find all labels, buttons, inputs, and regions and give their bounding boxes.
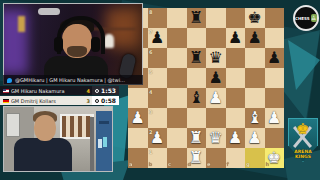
- file-label-c: c: [168, 161, 171, 167]
- player-name: GM Hikaru Nakamura: [11, 88, 85, 94]
- arena-kings-text: ARENA KINGS: [287, 149, 319, 159]
- rank-label-1: 1: [149, 149, 152, 155]
- headphone-cup-right: [91, 37, 100, 52]
- piece-wq-e2: ♛: [206, 128, 226, 148]
- piece-bp-h6: ♟: [265, 48, 285, 68]
- square-d8[interactable]: ♜: [187, 8, 207, 28]
- square-c6[interactable]: [167, 48, 187, 68]
- clock-time: 1:53: [101, 87, 116, 94]
- chessboard-poster: [60, 114, 94, 139]
- clock-black: 0:58: [92, 96, 119, 105]
- square-f3[interactable]: [226, 108, 246, 128]
- arena-kings-logo: ♚ ARENA KINGS: [287, 118, 319, 174]
- chesscom-pawn-icon: ♙: [311, 14, 317, 22]
- square-g5[interactable]: [245, 68, 265, 88]
- square-c8[interactable]: [167, 8, 187, 28]
- square-e7[interactable]: [206, 28, 226, 48]
- piece-bq-e6: ♛: [206, 48, 226, 68]
- square-d2[interactable]: ♜: [187, 128, 207, 148]
- chesscom-logo: CHESS ♙: [293, 5, 319, 31]
- piece-br-d6: ♜: [187, 48, 207, 68]
- square-e2[interactable]: ♛: [206, 128, 226, 148]
- square-f5[interactable]: [226, 68, 246, 88]
- webcam-hikaru: [3, 3, 143, 85]
- square-h3[interactable]: ♟: [265, 108, 285, 128]
- twitter-icon: [7, 78, 12, 83]
- clock-icon: [95, 99, 99, 103]
- shelf-bar: [99, 121, 109, 124]
- square-e4[interactable]: ♟: [206, 88, 226, 108]
- rank-label-5: 5: [149, 69, 152, 75]
- us-flag-icon: [3, 89, 9, 93]
- file-label-f: f: [227, 161, 229, 167]
- square-g8[interactable]: ♚: [245, 8, 265, 28]
- square-h2[interactable]: [265, 128, 285, 148]
- square-g1[interactable]: g: [245, 148, 265, 168]
- piece-wp-h3: ♟: [265, 108, 285, 128]
- player-name: GM Dmitrij Kollars: [11, 98, 85, 104]
- square-e6[interactable]: ♛: [206, 48, 226, 68]
- square-f1[interactable]: f: [226, 148, 246, 168]
- square-d4[interactable]: ♝: [187, 88, 207, 108]
- pipe: [90, 117, 94, 172]
- piece-wr-d2: ♜: [187, 128, 207, 148]
- square-h8[interactable]: [265, 8, 285, 28]
- square-a4[interactable]: [128, 88, 148, 108]
- match-score: 4: [87, 88, 90, 94]
- de-flag-icon: [3, 99, 9, 103]
- rank-label-3: 3: [149, 109, 152, 115]
- opponent-torso: [14, 138, 72, 172]
- clock-icon: [95, 89, 99, 93]
- rank-label-4: 4: [149, 89, 152, 95]
- piece-bp-f7: ♟: [226, 28, 246, 48]
- figurine: [104, 34, 114, 48]
- square-c2[interactable]: [167, 128, 187, 148]
- square-d5[interactable]: [187, 68, 207, 88]
- square-g6[interactable]: [245, 48, 265, 68]
- clock-time: 0:58: [101, 97, 116, 104]
- stream-frame: ♜♚♟♟♟♟♜♛♟♟♝♟♟♝♟♟♜♛♟♟abc♜defg♚h87654321 @…: [0, 0, 320, 180]
- chess-board: ♜♚♟♟♟♟♜♛♟♟♝♟♟♝♟♟♜♛♟♟abc♜defg♚h87654321: [128, 8, 284, 168]
- rank-label-8: 8: [149, 9, 152, 15]
- chesscom-wordmark: CHESS: [295, 16, 310, 21]
- piece-bk-g8: ♚: [245, 8, 265, 28]
- rank-label-6: 6: [149, 49, 152, 55]
- square-a2[interactable]: [128, 128, 148, 148]
- match-score: 3: [87, 98, 90, 104]
- file-label-e: e: [207, 161, 210, 167]
- bottle: [98, 139, 102, 148]
- square-g3[interactable]: ♝: [245, 108, 265, 128]
- square-c1[interactable]: c: [167, 148, 187, 168]
- opponent-face: [34, 115, 56, 141]
- square-h4[interactable]: [265, 88, 285, 108]
- file-label-g: g: [246, 161, 250, 167]
- player-row-black: GM Dmitrij Kollars 3 0:58: [0, 96, 119, 105]
- square-e1[interactable]: e: [206, 148, 226, 168]
- file-label-b: b: [149, 161, 153, 167]
- square-f8[interactable]: [226, 8, 246, 28]
- square-f7[interactable]: ♟: [226, 28, 246, 48]
- square-g4[interactable]: [245, 88, 265, 108]
- square-f6[interactable]: [226, 48, 246, 68]
- square-d7[interactable]: [187, 28, 207, 48]
- square-g7[interactable]: ♟: [245, 28, 265, 48]
- headphone-cup-left: [54, 37, 63, 52]
- piece-wp-e4: ♟: [206, 88, 226, 108]
- piece-wb-g3: ♝: [245, 108, 265, 128]
- piece-wp-f2: ♟: [226, 128, 246, 148]
- match-scorebar: GM Hikaru Nakamura 4 1:53 GM Dmitrij Kol…: [0, 86, 119, 105]
- square-c4[interactable]: [167, 88, 187, 108]
- square-c3[interactable]: [167, 108, 187, 128]
- piece-bp-e5: ♟: [206, 68, 226, 88]
- arena-text-line2: KINGS: [295, 154, 311, 159]
- king-icon: ♚: [287, 120, 319, 138]
- piece-wp-a3: ♟: [128, 108, 148, 128]
- square-a3[interactable]: ♟: [128, 108, 148, 128]
- square-a1[interactable]: a: [128, 148, 148, 168]
- square-e5[interactable]: ♟: [206, 68, 226, 88]
- caption-text: @GMHikaru | GM Hikaru Nakamura | @twi…: [15, 77, 125, 83]
- square-c7[interactable]: [167, 28, 187, 48]
- webcam-opponent: [3, 106, 113, 172]
- square-c5[interactable]: [167, 68, 187, 88]
- square-g2[interactable]: ♟: [245, 128, 265, 148]
- bottle: [103, 137, 107, 147]
- square-h6[interactable]: ♟: [265, 48, 285, 68]
- square-d1[interactable]: ♜d: [187, 148, 207, 168]
- square-d6[interactable]: ♜: [187, 48, 207, 68]
- piece-bb-d4: ♝: [187, 88, 207, 108]
- piece-br-d8: ♜: [187, 8, 207, 28]
- wall-frame: [6, 113, 20, 137]
- player-row-white: GM Hikaru Nakamura 4 1:53: [0, 86, 119, 95]
- rank-label-2: 2: [149, 129, 152, 135]
- wall-sticker: [38, 8, 60, 15]
- square-h1[interactable]: ♚h: [265, 148, 285, 168]
- square-f4[interactable]: [226, 88, 246, 108]
- square-e8[interactable]: [206, 8, 226, 28]
- file-label-d: d: [188, 161, 192, 167]
- rank-label-7: 7: [149, 29, 152, 35]
- square-f2[interactable]: ♟: [226, 128, 246, 148]
- file-label-h: h: [266, 161, 270, 167]
- caption-bar: @GMHikaru | GM Hikaru Nakamura | @twi…: [3, 75, 143, 85]
- file-label-a: a: [129, 161, 132, 167]
- trophy: [18, 16, 25, 32]
- square-e3[interactable]: [206, 108, 226, 128]
- square-h5[interactable]: [265, 68, 285, 88]
- piece-bp-g7: ♟: [245, 28, 265, 48]
- square-d3[interactable]: [187, 108, 207, 128]
- clock-white: 1:53: [92, 86, 119, 95]
- piece-wp-g2: ♟: [245, 128, 265, 148]
- square-h7[interactable]: [265, 28, 285, 48]
